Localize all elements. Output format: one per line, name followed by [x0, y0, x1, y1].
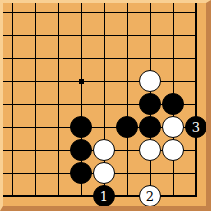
white-stone — [162, 116, 184, 138]
black-stone: 3 — [185, 116, 207, 138]
black-stone — [116, 116, 138, 138]
white-stone — [139, 139, 161, 161]
intersection — [24, 1, 47, 24]
intersection — [1, 162, 24, 185]
intersection — [47, 93, 70, 116]
intersection — [139, 162, 162, 185]
intersection — [93, 24, 116, 47]
black-stone — [70, 162, 92, 184]
intersection — [47, 116, 70, 139]
intersection — [116, 139, 139, 162]
intersection — [47, 162, 70, 185]
white-stone — [162, 139, 184, 161]
white-stone — [93, 162, 115, 184]
move-number: 3 — [192, 121, 200, 134]
intersection — [93, 70, 116, 93]
intersection — [24, 162, 47, 185]
intersection — [162, 24, 185, 47]
white-stone — [139, 70, 161, 92]
intersection — [93, 116, 116, 139]
intersection — [185, 162, 208, 185]
intersection — [116, 24, 139, 47]
intersection — [139, 1, 162, 24]
intersection — [24, 116, 47, 139]
intersection — [1, 139, 24, 162]
intersection — [185, 1, 208, 24]
intersection — [116, 185, 139, 208]
intersection — [70, 24, 93, 47]
intersection — [162, 162, 185, 185]
move-number: 2 — [146, 190, 154, 203]
black-stone — [139, 93, 161, 115]
intersection — [47, 70, 70, 93]
intersection — [185, 24, 208, 47]
intersection — [93, 93, 116, 116]
intersection — [1, 1, 24, 24]
intersection — [24, 139, 47, 162]
intersection — [47, 1, 70, 24]
white-stone: 2 — [139, 185, 161, 207]
intersection — [70, 47, 93, 70]
intersection — [162, 47, 185, 70]
intersection — [24, 47, 47, 70]
intersection — [116, 93, 139, 116]
intersection — [185, 185, 208, 208]
go-board: 312 — [0, 0, 211, 211]
intersection — [24, 70, 47, 93]
intersection — [1, 70, 24, 93]
intersection — [24, 185, 47, 208]
intersection — [1, 47, 24, 70]
intersection — [185, 93, 208, 116]
intersection — [70, 93, 93, 116]
intersection — [1, 24, 24, 47]
white-stone — [93, 139, 115, 161]
intersection — [139, 47, 162, 70]
intersection — [1, 93, 24, 116]
intersection — [1, 116, 24, 139]
intersection — [116, 70, 139, 93]
intersection — [116, 1, 139, 24]
intersection — [162, 1, 185, 24]
intersection — [47, 185, 70, 208]
black-stone — [70, 139, 92, 161]
intersection — [24, 24, 47, 47]
intersection — [162, 185, 185, 208]
move-number: 1 — [100, 190, 108, 203]
intersection — [1, 185, 24, 208]
black-stone — [70, 116, 92, 138]
intersection — [116, 47, 139, 70]
intersection — [139, 24, 162, 47]
intersection — [47, 24, 70, 47]
intersection — [47, 47, 70, 70]
intersection — [24, 93, 47, 116]
intersection — [93, 47, 116, 70]
intersection — [116, 162, 139, 185]
black-stone — [139, 116, 161, 138]
black-stone — [162, 93, 184, 115]
intersection — [185, 139, 208, 162]
hoshi-marker — [79, 79, 84, 84]
intersection — [185, 70, 208, 93]
intersection — [70, 1, 93, 24]
intersection — [93, 1, 116, 24]
intersection — [47, 139, 70, 162]
black-stone: 1 — [93, 185, 115, 207]
intersection — [162, 70, 185, 93]
intersection — [185, 47, 208, 70]
intersection — [70, 185, 93, 208]
